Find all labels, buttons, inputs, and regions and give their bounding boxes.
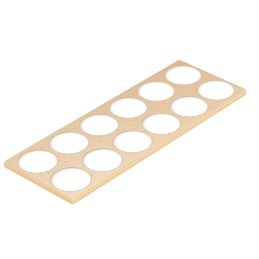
board-top-face [4,60,247,200]
photo-background [0,0,259,259]
mancala-board [4,60,247,200]
